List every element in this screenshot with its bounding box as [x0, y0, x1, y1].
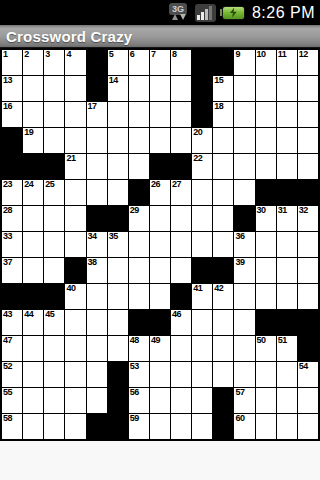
- cell-r9-c7[interactable]: [129, 258, 149, 283]
- cell-r8-c12[interactable]: 36: [234, 232, 254, 257]
- clue-number: 53: [130, 362, 139, 371]
- clue-number: 15: [214, 76, 223, 85]
- cell-r13-c6-block: [108, 362, 128, 387]
- clue-number: 23: [3, 180, 12, 189]
- cell-r7-c15[interactable]: 32: [298, 206, 318, 231]
- cell-r5-c8-block: [150, 154, 170, 179]
- clue-number: 60: [235, 414, 244, 423]
- cell-r10-c12[interactable]: [234, 284, 254, 309]
- cell-r4-c3[interactable]: [44, 128, 64, 153]
- cell-r14-c7[interactable]: 56: [129, 388, 149, 413]
- cell-r3-c6[interactable]: [108, 102, 128, 127]
- cell-r9-c5[interactable]: 38: [87, 258, 107, 283]
- cell-r15-c2[interactable]: [23, 414, 43, 439]
- cell-r11-c15-block: [298, 310, 318, 335]
- cell-r2-c15[interactable]: [298, 76, 318, 101]
- cell-r13-c12[interactable]: [234, 362, 254, 387]
- clue-number: 48: [130, 336, 139, 345]
- cell-r3-c12[interactable]: [234, 102, 254, 127]
- cell-r5-c15[interactable]: [298, 154, 318, 179]
- cell-r14-c10[interactable]: [192, 388, 212, 413]
- cell-r2-c7[interactable]: [129, 76, 149, 101]
- cell-r7-c12-block: [234, 206, 254, 231]
- cell-r15-c1[interactable]: 58: [2, 414, 22, 439]
- cell-r7-c6-block: [108, 206, 128, 231]
- cell-r10-c13[interactable]: [256, 284, 276, 309]
- cell-r4-c12[interactable]: [234, 128, 254, 153]
- cell-r10-c10[interactable]: 41: [192, 284, 212, 309]
- cell-r10-c7[interactable]: [129, 284, 149, 309]
- cell-r8-c1[interactable]: 33: [2, 232, 22, 257]
- cell-r13-c7[interactable]: 53: [129, 362, 149, 387]
- cell-r11-c10[interactable]: [192, 310, 212, 335]
- 3g-data-icon: 3G: [169, 3, 191, 22]
- clue-number: 10: [257, 50, 266, 59]
- cell-r2-c13[interactable]: [256, 76, 276, 101]
- cell-r5-c12[interactable]: [234, 154, 254, 179]
- cell-r12-c2[interactable]: [23, 336, 43, 361]
- clue-number: 43: [3, 310, 12, 319]
- cell-r7-c4[interactable]: [65, 206, 85, 231]
- cell-r1-c15[interactable]: 12: [298, 50, 318, 75]
- cell-r6-c2[interactable]: 24: [23, 180, 43, 205]
- clue-number: 39: [235, 258, 244, 267]
- cell-r5-c11[interactable]: [213, 154, 233, 179]
- cell-r10-c14[interactable]: [277, 284, 297, 309]
- cell-r15-c4[interactable]: [65, 414, 85, 439]
- cell-r10-c15[interactable]: [298, 284, 318, 309]
- cell-r15-c3[interactable]: [44, 414, 64, 439]
- cell-r12-c9[interactable]: [171, 336, 191, 361]
- cell-r10-c6[interactable]: [108, 284, 128, 309]
- cell-r6-c3[interactable]: 25: [44, 180, 64, 205]
- cell-r11-c13-block: [256, 310, 276, 335]
- cell-r6-c4[interactable]: [65, 180, 85, 205]
- cell-r12-c11[interactable]: [213, 336, 233, 361]
- cell-r1-c9[interactable]: 8: [171, 50, 191, 75]
- cell-r14-c14[interactable]: [277, 388, 297, 413]
- cell-r15-c12[interactable]: 60: [234, 414, 254, 439]
- cell-r4-c6[interactable]: [108, 128, 128, 153]
- cell-r13-c9[interactable]: [171, 362, 191, 387]
- clue-number: 47: [3, 336, 12, 345]
- clue-number: 8: [172, 50, 177, 59]
- cell-r2-c14[interactable]: [277, 76, 297, 101]
- cell-r8-c10[interactable]: [192, 232, 212, 257]
- cell-r5-c13[interactable]: [256, 154, 276, 179]
- cell-r12-c10[interactable]: [192, 336, 212, 361]
- clue-number: 21: [66, 154, 75, 163]
- cell-r1-c4[interactable]: 4: [65, 50, 85, 75]
- cell-r7-c1[interactable]: 28: [2, 206, 22, 231]
- cell-r14-c4[interactable]: [65, 388, 85, 413]
- cell-r14-c9[interactable]: [171, 388, 191, 413]
- cell-r13-c10[interactable]: [192, 362, 212, 387]
- cell-r5-c4[interactable]: 21: [65, 154, 85, 179]
- cell-r15-c5-block: [87, 414, 107, 439]
- phone-screen: 3G 8:26 PM Crossword Crazy 1234567891011…: [0, 0, 320, 480]
- cell-r15-c6-block: [108, 414, 128, 439]
- cell-r2-c6[interactable]: 14: [108, 76, 128, 101]
- clue-number: 57: [235, 388, 244, 397]
- upload-arrow-icon: [172, 14, 178, 20]
- cell-r12-c15-block: [298, 336, 318, 361]
- cell-r11-c11[interactable]: [213, 310, 233, 335]
- clue-number: 16: [3, 102, 12, 111]
- cell-r1-c13[interactable]: 10: [256, 50, 276, 75]
- cell-r2-c9[interactable]: [171, 76, 191, 101]
- download-arrow-icon: [180, 14, 186, 20]
- cell-r1-c14[interactable]: 11: [277, 50, 297, 75]
- clue-number: 19: [24, 128, 33, 137]
- signal-strength-icon: [195, 4, 216, 22]
- cell-r1-c7[interactable]: 6: [129, 50, 149, 75]
- clue-number: 2: [24, 50, 29, 59]
- cell-r6-c6[interactable]: [108, 180, 128, 205]
- cell-r5-c1-block: [2, 154, 22, 179]
- clue-number: 59: [130, 414, 139, 423]
- cell-r8-c8[interactable]: [150, 232, 170, 257]
- cell-r14-c15[interactable]: [298, 388, 318, 413]
- cell-r9-c10-block: [192, 258, 212, 283]
- cell-r11-c9[interactable]: 46: [171, 310, 191, 335]
- cell-r14-c8[interactable]: [150, 388, 170, 413]
- clue-number: 44: [24, 310, 33, 319]
- cell-r7-c14[interactable]: 31: [277, 206, 297, 231]
- cell-r2-c3[interactable]: [44, 76, 64, 101]
- clue-number: 18: [214, 102, 223, 111]
- cell-r4-c15[interactable]: [298, 128, 318, 153]
- clue-number: 49: [151, 336, 160, 345]
- cell-r15-c11-block: [213, 414, 233, 439]
- cell-r2-c1[interactable]: 13: [2, 76, 22, 101]
- cell-r4-c10[interactable]: 20: [192, 128, 212, 153]
- clue-number: 34: [88, 232, 97, 241]
- cell-r11-c2[interactable]: 44: [23, 310, 43, 335]
- cell-r3-c1[interactable]: 16: [2, 102, 22, 127]
- cell-r15-c15[interactable]: [298, 414, 318, 439]
- cell-r3-c13[interactable]: [256, 102, 276, 127]
- cell-r4-c13[interactable]: [256, 128, 276, 153]
- cell-r4-c5[interactable]: [87, 128, 107, 153]
- clue-number: 37: [3, 258, 12, 267]
- app-background: [0, 441, 320, 480]
- cell-r9-c6[interactable]: [108, 258, 128, 283]
- clue-number: 40: [66, 284, 75, 293]
- cell-r5-c5[interactable]: [87, 154, 107, 179]
- cell-r3-c2[interactable]: [23, 102, 43, 127]
- clue-number: 52: [3, 362, 12, 371]
- clue-number: 9: [235, 50, 240, 59]
- cell-r14-c11-block: [213, 388, 233, 413]
- cell-r1-c10-block: [192, 50, 212, 75]
- clue-number: 5: [109, 50, 114, 59]
- cell-r14-c5[interactable]: [87, 388, 107, 413]
- cell-r9-c12[interactable]: 39: [234, 258, 254, 283]
- clue-number: 58: [3, 414, 12, 423]
- cell-r15-c8[interactable]: [150, 414, 170, 439]
- cell-r1-c11-block: [213, 50, 233, 75]
- cell-r12-c14[interactable]: 51: [277, 336, 297, 361]
- cell-r10-c1-block: [2, 284, 22, 309]
- cell-r11-c6[interactable]: [108, 310, 128, 335]
- cell-r5-c10[interactable]: 22: [192, 154, 212, 179]
- cell-r15-c9[interactable]: [171, 414, 191, 439]
- cell-r9-c1[interactable]: 37: [2, 258, 22, 283]
- cell-r8-c5[interactable]: 34: [87, 232, 107, 257]
- cell-r13-c3[interactable]: [44, 362, 64, 387]
- cell-r15-c14[interactable]: [277, 414, 297, 439]
- cell-r1-c12[interactable]: 9: [234, 50, 254, 75]
- clue-number: 11: [278, 50, 287, 59]
- cell-r1-c6[interactable]: 5: [108, 50, 128, 75]
- cell-r11-c4[interactable]: [65, 310, 85, 335]
- clue-number: 3: [45, 50, 50, 59]
- lightning-bolt-icon: [229, 8, 238, 18]
- cell-r6-c5[interactable]: [87, 180, 107, 205]
- cell-r9-c13[interactable]: [256, 258, 276, 283]
- cell-r3-c5[interactable]: 17: [87, 102, 107, 127]
- cell-r2-c2[interactable]: [23, 76, 43, 101]
- clue-number: 54: [299, 362, 308, 371]
- cell-r14-c1[interactable]: 55: [2, 388, 22, 413]
- cell-r8-c15[interactable]: [298, 232, 318, 257]
- cell-r1-c3[interactable]: 3: [44, 50, 64, 75]
- cell-r3-c7[interactable]: [129, 102, 149, 127]
- cell-r2-c5-block: [87, 76, 107, 101]
- clue-number: 42: [214, 284, 223, 293]
- clue-number: 29: [130, 206, 139, 215]
- cell-r9-c2[interactable]: [23, 258, 43, 283]
- cell-r9-c15[interactable]: [298, 258, 318, 283]
- cell-r4-c14[interactable]: [277, 128, 297, 153]
- clue-number: 1: [3, 50, 8, 59]
- clue-number: 51: [278, 336, 287, 345]
- cell-r6-c7-block: [129, 180, 149, 205]
- cell-r5-c6[interactable]: [108, 154, 128, 179]
- cell-r8-c4[interactable]: [65, 232, 85, 257]
- cell-r4-c11[interactable]: [213, 128, 233, 153]
- cell-r13-c14[interactable]: [277, 362, 297, 387]
- cell-r14-c2[interactable]: [23, 388, 43, 413]
- clue-number: 7: [151, 50, 156, 59]
- cell-r8-c7[interactable]: [129, 232, 149, 257]
- clue-number: 20: [193, 128, 202, 137]
- clue-number: 22: [193, 154, 202, 163]
- cell-r5-c7[interactable]: [129, 154, 149, 179]
- clue-number: 17: [88, 102, 97, 111]
- clue-number: 45: [45, 310, 54, 319]
- clue-number: 12: [299, 50, 308, 59]
- cell-r12-c12[interactable]: [234, 336, 254, 361]
- cell-r8-c14[interactable]: [277, 232, 297, 257]
- battery-charging-icon: [220, 6, 245, 20]
- cell-r3-c14[interactable]: [277, 102, 297, 127]
- cell-r5-c3-block: [44, 154, 64, 179]
- cell-r4-c9[interactable]: [171, 128, 191, 153]
- clue-number: 27: [172, 180, 181, 189]
- cell-r12-c1[interactable]: 47: [2, 336, 22, 361]
- clue-number: 56: [130, 388, 139, 397]
- cell-r13-c1[interactable]: 52: [2, 362, 22, 387]
- cell-r7-c8[interactable]: [150, 206, 170, 231]
- cell-r12-c6[interactable]: [108, 336, 128, 361]
- cell-r6-c8[interactable]: 26: [150, 180, 170, 205]
- cell-r14-c13[interactable]: [256, 388, 276, 413]
- app-title: Crossword Crazy: [6, 28, 132, 45]
- clue-number: 35: [109, 232, 118, 241]
- cell-r9-c9[interactable]: [171, 258, 191, 283]
- cell-r6-c11[interactable]: [213, 180, 233, 205]
- cell-r5-c9-block: [171, 154, 191, 179]
- cell-r10-c5[interactable]: [87, 284, 107, 309]
- cell-r3-c15[interactable]: [298, 102, 318, 127]
- cell-r5-c2-block: [23, 154, 43, 179]
- cell-r1-c2[interactable]: 2: [23, 50, 43, 75]
- clue-number: 33: [3, 232, 12, 241]
- cell-r12-c5[interactable]: [87, 336, 107, 361]
- cell-r8-c11[interactable]: [213, 232, 233, 257]
- cell-r10-c8[interactable]: [150, 284, 170, 309]
- clue-number: 13: [3, 76, 12, 85]
- status-time: 8:26 PM: [249, 4, 315, 22]
- clue-number: 25: [45, 180, 54, 189]
- cell-r11-c14-block: [277, 310, 297, 335]
- clue-number: 6: [130, 50, 135, 59]
- cell-r2-c11[interactable]: 15: [213, 76, 233, 101]
- cell-r7-c9[interactable]: [171, 206, 191, 231]
- cell-r1-c1[interactable]: 1: [2, 50, 22, 75]
- cell-r12-c7[interactable]: 48: [129, 336, 149, 361]
- cell-r14-c6-block: [108, 388, 128, 413]
- cell-r9-c3[interactable]: [44, 258, 64, 283]
- clue-number: 26: [151, 180, 160, 189]
- cell-r7-c2[interactable]: [23, 206, 43, 231]
- cell-r10-c9-block: [171, 284, 191, 309]
- cell-r15-c10[interactable]: [192, 414, 212, 439]
- clue-number: 38: [88, 258, 97, 267]
- cell-r3-c8[interactable]: [150, 102, 170, 127]
- cell-r6-c15-block: [298, 180, 318, 205]
- cell-r2-c4[interactable]: [65, 76, 85, 101]
- cell-r6-c9[interactable]: 27: [171, 180, 191, 205]
- cell-r14-c12[interactable]: 57: [234, 388, 254, 413]
- cell-r6-c14-block: [277, 180, 297, 205]
- cell-r4-c4[interactable]: [65, 128, 85, 153]
- cell-r9-c14[interactable]: [277, 258, 297, 283]
- data-arrows-icon: [172, 14, 186, 20]
- cell-r6-c1[interactable]: 23: [2, 180, 22, 205]
- cell-r12-c8[interactable]: 49: [150, 336, 170, 361]
- cell-r13-c4[interactable]: [65, 362, 85, 387]
- cell-r10-c3-block: [44, 284, 64, 309]
- cell-r12-c4[interactable]: [65, 336, 85, 361]
- cell-r6-c10[interactable]: [192, 180, 212, 205]
- cell-r2-c8[interactable]: [150, 76, 170, 101]
- cell-r15-c7[interactable]: 59: [129, 414, 149, 439]
- clue-number: 24: [24, 180, 33, 189]
- title-bar: Crossword Crazy: [0, 25, 320, 48]
- cell-r12-c3[interactable]: [44, 336, 64, 361]
- cell-r11-c5[interactable]: [87, 310, 107, 335]
- cell-r3-c11[interactable]: 18: [213, 102, 233, 127]
- cell-r8-c6[interactable]: 35: [108, 232, 128, 257]
- cell-r4-c1-block: [2, 128, 22, 153]
- cell-r2-c10-block: [192, 76, 212, 101]
- cell-r11-c7-block: [129, 310, 149, 335]
- cell-r4-c7[interactable]: [129, 128, 149, 153]
- cell-r10-c11[interactable]: 42: [213, 284, 233, 309]
- cell-r6-c12[interactable]: [234, 180, 254, 205]
- cell-r4-c8[interactable]: [150, 128, 170, 153]
- clue-number: 55: [3, 388, 12, 397]
- cell-r10-c2-block: [23, 284, 43, 309]
- cell-r11-c8-block: [150, 310, 170, 335]
- cell-r3-c3[interactable]: [44, 102, 64, 127]
- cell-r9-c11-block: [213, 258, 233, 283]
- cell-r8-c9[interactable]: [171, 232, 191, 257]
- cell-r11-c12[interactable]: [234, 310, 254, 335]
- clue-number: 32: [299, 206, 308, 215]
- cell-r9-c4-block: [65, 258, 85, 283]
- cell-r8-c13[interactable]: [256, 232, 276, 257]
- cell-r11-c1[interactable]: 43: [2, 310, 22, 335]
- crossword-board[interactable]: 1234567891011121314151617181920212223242…: [0, 48, 320, 441]
- clue-number: 50: [257, 336, 266, 345]
- cell-r3-c9[interactable]: [171, 102, 191, 127]
- cell-r13-c2[interactable]: [23, 362, 43, 387]
- cell-r9-c8[interactable]: [150, 258, 170, 283]
- cell-r7-c13[interactable]: 30: [256, 206, 276, 231]
- clue-number: 30: [257, 206, 266, 215]
- cell-r14-c3[interactable]: [44, 388, 64, 413]
- cell-r13-c8[interactable]: [150, 362, 170, 387]
- status-bar: 3G 8:26 PM: [0, 0, 320, 25]
- cell-r7-c11[interactable]: [213, 206, 233, 231]
- cell-r10-c4[interactable]: 40: [65, 284, 85, 309]
- clue-number: 31: [278, 206, 287, 215]
- cell-r15-c13[interactable]: [256, 414, 276, 439]
- clue-number: 28: [3, 206, 12, 215]
- clue-number: 46: [172, 310, 181, 319]
- cell-r13-c13[interactable]: [256, 362, 276, 387]
- cell-r13-c11[interactable]: [213, 362, 233, 387]
- cell-r11-c3[interactable]: 45: [44, 310, 64, 335]
- cell-r4-c2[interactable]: 19: [23, 128, 43, 153]
- cell-r3-c4[interactable]: [65, 102, 85, 127]
- cell-r7-c5-block: [87, 206, 107, 231]
- cell-r7-c3[interactable]: [44, 206, 64, 231]
- cell-r7-c7[interactable]: 29: [129, 206, 149, 231]
- cell-r7-c10[interactable]: [192, 206, 212, 231]
- cell-r12-c13[interactable]: 50: [256, 336, 276, 361]
- cell-r1-c5-block: [87, 50, 107, 75]
- clue-number: 4: [66, 50, 71, 59]
- clue-number: 14: [109, 76, 118, 85]
- cell-r1-c8[interactable]: 7: [150, 50, 170, 75]
- cell-r6-c13-block: [256, 180, 276, 205]
- cell-r3-c10-block: [192, 102, 212, 127]
- cell-r2-c12[interactable]: [234, 76, 254, 101]
- clue-number: 36: [235, 232, 244, 241]
- cell-r13-c15[interactable]: 54: [298, 362, 318, 387]
- cell-r5-c14[interactable]: [277, 154, 297, 179]
- cell-r8-c2[interactable]: [23, 232, 43, 257]
- clue-number: 41: [193, 284, 202, 293]
- cell-r13-c5[interactable]: [87, 362, 107, 387]
- cell-r8-c3[interactable]: [44, 232, 64, 257]
